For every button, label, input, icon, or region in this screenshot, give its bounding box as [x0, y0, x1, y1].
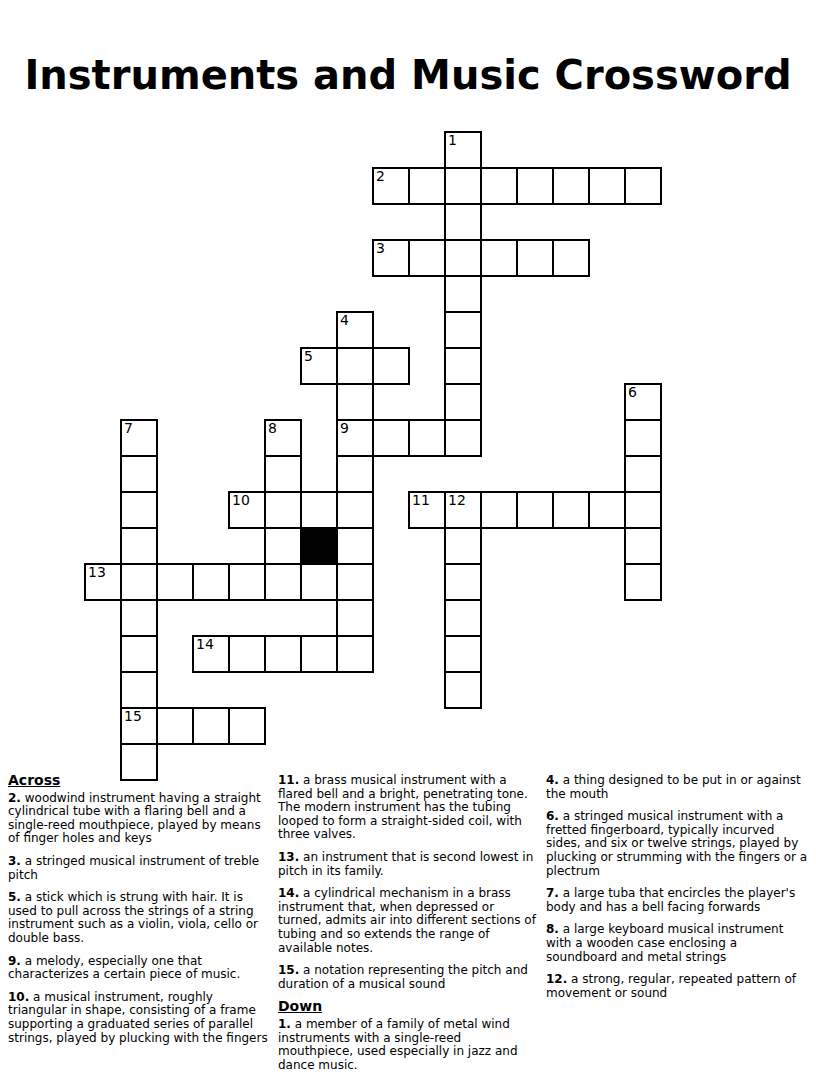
grid-cell[interactable]: 6 [624, 383, 662, 421]
grid-cell[interactable] [408, 419, 446, 457]
grid-cell[interactable] [552, 239, 590, 277]
grid-cell[interactable] [264, 527, 302, 565]
grid-cell[interactable] [588, 491, 626, 529]
clue-column-right: 4. a thing designed to be put in or agai… [546, 774, 810, 1009]
grid-cell[interactable] [336, 599, 374, 637]
grid-cell[interactable] [336, 455, 374, 493]
grid-cell[interactable] [408, 167, 446, 205]
grid-cell[interactable]: 7 [120, 419, 158, 457]
grid-cell[interactable] [120, 671, 158, 709]
grid-cell[interactable] [264, 635, 302, 673]
grid-cell[interactable] [624, 563, 662, 601]
grid-cell[interactable] [300, 563, 338, 601]
clue-label: 4. [546, 773, 559, 787]
clue-d6: 6. a stringed musical instrument with a … [546, 810, 810, 878]
clue-label: 3. [8, 854, 21, 868]
grid-cell[interactable] [624, 167, 662, 205]
clue-a2: 2. woodwind instrument having a straight… [8, 792, 274, 846]
grid-cell[interactable] [300, 635, 338, 673]
grid-cell[interactable] [336, 347, 374, 385]
grid-cell[interactable] [444, 203, 482, 241]
clue-a3: 3. a stringed musical instrument of treb… [8, 855, 274, 882]
grid-cell[interactable] [444, 383, 482, 421]
clue-label: 14. [278, 886, 299, 900]
clue-a5: 5. a stick which is strung with hair. It… [8, 891, 274, 945]
across-heading: Across [8, 774, 274, 788]
page-title: Instruments and Music Crossword [0, 52, 816, 98]
grid-cell[interactable] [120, 491, 158, 529]
clue-a13: 13. an instrument that is second lowest … [278, 851, 540, 878]
grid-cell[interactable] [624, 455, 662, 493]
grid-cell[interactable] [336, 383, 374, 421]
clue-number: 7 [124, 421, 133, 436]
grid-cell[interactable]: 5 [300, 347, 338, 385]
clue-number: 2 [376, 169, 385, 184]
grid-cell[interactable] [228, 707, 266, 745]
grid-cell[interactable]: 4 [336, 311, 374, 349]
clue-number: 6 [628, 385, 637, 400]
grid-cell[interactable] [444, 275, 482, 313]
clue-number: 5 [304, 349, 313, 364]
clue-label: 5. [8, 890, 21, 904]
clue-number: 14 [196, 637, 214, 652]
crossword-grid: 123456789101112131415 [84, 131, 662, 781]
grid-cell[interactable]: 15 [120, 707, 158, 745]
grid-cell[interactable] [336, 563, 374, 601]
clue-number: 11 [412, 493, 430, 508]
grid-cell[interactable] [444, 635, 482, 673]
grid-cell[interactable]: 8 [264, 419, 302, 457]
grid-cell[interactable]: 12 [444, 491, 482, 529]
grid-cell[interactable] [444, 599, 482, 637]
grid-cell[interactable] [588, 167, 626, 205]
grid-cell[interactable] [516, 167, 554, 205]
grid-cell[interactable]: 2 [372, 167, 410, 205]
grid-cell[interactable]: 14 [192, 635, 230, 673]
clue-label: 11. [278, 773, 299, 787]
grid-cell[interactable] [120, 455, 158, 493]
down-heading: Down [278, 1000, 540, 1014]
clue-number: 3 [376, 241, 385, 256]
clue-label: 8. [546, 922, 559, 936]
clue-number: 9 [340, 421, 349, 436]
clue-column-middle: 11. a brass musical instrument with a fl… [278, 774, 540, 1081]
clue-label: 6. [546, 809, 559, 823]
grid-cell[interactable] [336, 635, 374, 673]
grid-cell[interactable] [192, 707, 230, 745]
grid-cell[interactable] [372, 347, 410, 385]
grid-cell[interactable] [444, 311, 482, 349]
grid-cell[interactable]: 3 [372, 239, 410, 277]
grid-cell[interactable] [336, 491, 374, 529]
grid-cell[interactable]: 1 [444, 131, 482, 169]
grid-cell[interactable] [120, 563, 158, 601]
clue-a10: 10. a musical instrument, roughly triang… [8, 991, 274, 1045]
grid-cell[interactable]: 9 [336, 419, 374, 457]
grid-cell[interactable] [444, 239, 482, 277]
grid-cell[interactable] [120, 527, 158, 565]
clue-a11: 11. a brass musical instrument with a fl… [278, 774, 540, 842]
clue-a9: 9. a melody, especially one that charact… [8, 955, 274, 982]
grid-cell[interactable] [156, 563, 194, 601]
clue-number: 13 [88, 565, 106, 580]
black-cell [300, 527, 338, 565]
grid-cell[interactable] [228, 635, 266, 673]
grid-cell[interactable] [552, 167, 590, 205]
clue-d4: 4. a thing designed to be put in or agai… [546, 774, 810, 801]
grid-cell[interactable] [444, 419, 482, 457]
clue-column-left: Across2. woodwind instrument having a st… [8, 774, 274, 1054]
grid-cell[interactable] [228, 563, 266, 601]
grid-cell[interactable] [480, 491, 518, 529]
grid-cell[interactable]: 11 [408, 491, 446, 529]
clue-number: 12 [448, 493, 466, 508]
clue-a14: 14. a cylindrical mechanism in a brass i… [278, 887, 540, 955]
grid-cell[interactable] [444, 563, 482, 601]
clue-d12: 12. a strong, regular, repeated pattern … [546, 973, 810, 1000]
clue-label: 7. [546, 886, 559, 900]
clue-d8: 8. a large keyboard musical instrument w… [546, 923, 810, 964]
grid-cell[interactable] [552, 491, 590, 529]
grid-cell[interactable] [444, 167, 482, 205]
grid-cell[interactable] [120, 635, 158, 673]
grid-cell[interactable] [408, 239, 446, 277]
grid-cell[interactable] [444, 527, 482, 565]
clue-d7: 7. a large tuba that encircles the playe… [546, 887, 810, 914]
grid-cell[interactable] [444, 347, 482, 385]
grid-cell[interactable] [336, 527, 374, 565]
clue-d1: 1. a member of a family of metal wind in… [278, 1018, 540, 1072]
clue-number: 15 [124, 709, 142, 724]
grid-cell[interactable] [516, 491, 554, 529]
clue-label: 15. [278, 963, 299, 977]
grid-cell[interactable] [372, 419, 410, 457]
grid-cell[interactable] [480, 239, 518, 277]
clue-label: 10. [8, 990, 29, 1004]
clue-label: 2. [8, 791, 21, 805]
clue-label: 12. [546, 972, 567, 986]
grid-cell[interactable]: 13 [84, 563, 122, 601]
clue-number: 4 [340, 313, 349, 328]
grid-cell[interactable] [624, 419, 662, 457]
clue-number: 1 [448, 133, 457, 148]
grid-cell[interactable] [444, 671, 482, 709]
clue-number: 10 [232, 493, 250, 508]
grid-cell[interactable] [264, 563, 302, 601]
grid-cell[interactable] [624, 527, 662, 565]
grid-cell[interactable] [156, 707, 194, 745]
clue-label: 1. [278, 1017, 291, 1031]
grid-cell[interactable] [480, 167, 518, 205]
grid-cell[interactable]: 10 [228, 491, 266, 529]
clue-label: 9. [8, 954, 21, 968]
clue-a15: 15. a notation representing the pitch an… [278, 964, 540, 991]
grid-cell[interactable] [300, 491, 338, 529]
clue-number: 8 [268, 421, 277, 436]
grid-cell[interactable] [264, 455, 302, 493]
grid-cell[interactable] [120, 599, 158, 637]
clue-label: 13. [278, 850, 299, 864]
grid-cell[interactable] [516, 239, 554, 277]
grid-cell[interactable] [624, 491, 662, 529]
grid-cell[interactable] [192, 563, 230, 601]
grid-cell[interactable] [264, 491, 302, 529]
